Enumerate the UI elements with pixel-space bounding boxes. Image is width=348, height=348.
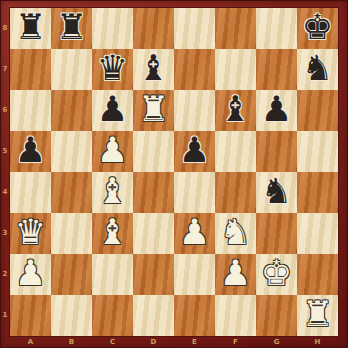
square-a2[interactable]: ♟ <box>10 254 51 295</box>
square-b5[interactable] <box>51 131 92 172</box>
piece-black-bishop[interactable]: ♝ <box>220 92 251 127</box>
square-f4[interactable] <box>215 172 256 213</box>
rank-labels: 87654321 <box>0 8 10 336</box>
square-a4[interactable] <box>10 172 51 213</box>
square-d1[interactable] <box>133 295 174 336</box>
square-a3[interactable]: ♛ <box>10 213 51 254</box>
piece-black-rook[interactable]: ♜ <box>15 10 46 45</box>
square-c4[interactable]: ♝ <box>92 172 133 213</box>
square-c1[interactable] <box>92 295 133 336</box>
square-h6[interactable] <box>297 90 338 131</box>
square-h3[interactable] <box>297 213 338 254</box>
square-e4[interactable] <box>174 172 215 213</box>
rank-label-8: 8 <box>0 8 10 49</box>
file-label-b: B <box>51 336 92 348</box>
piece-black-queen[interactable]: ♛ <box>97 51 128 86</box>
square-h5[interactable] <box>297 131 338 172</box>
square-e1[interactable] <box>174 295 215 336</box>
square-g3[interactable] <box>256 213 297 254</box>
square-d2[interactable] <box>133 254 174 295</box>
square-b8[interactable]: ♜ <box>51 8 92 49</box>
piece-black-bishop[interactable]: ♝ <box>138 51 169 86</box>
square-a1[interactable] <box>10 295 51 336</box>
file-label-h: H <box>297 336 338 348</box>
square-h7[interactable]: ♞ <box>297 49 338 90</box>
piece-white-queen[interactable]: ♛ <box>15 215 46 250</box>
square-d7[interactable]: ♝ <box>133 49 174 90</box>
rank-label-5: 5 <box>0 131 10 172</box>
board-grid: ♜♜♚♛♝♞♟♜♝♟♟♟♟♝♞♛♝♟♞♟♟♚♜ <box>10 8 338 336</box>
piece-white-knight[interactable]: ♞ <box>220 215 251 250</box>
square-a6[interactable] <box>10 90 51 131</box>
square-f1[interactable] <box>215 295 256 336</box>
square-f7[interactable] <box>215 49 256 90</box>
piece-black-rook[interactable]: ♜ <box>56 10 87 45</box>
square-f3[interactable]: ♞ <box>215 213 256 254</box>
piece-white-pawn[interactable]: ♟ <box>97 133 128 168</box>
square-b6[interactable] <box>51 90 92 131</box>
file-label-f: F <box>215 336 256 348</box>
square-e6[interactable] <box>174 90 215 131</box>
square-b2[interactable] <box>51 254 92 295</box>
square-b4[interactable] <box>51 172 92 213</box>
square-c3[interactable]: ♝ <box>92 213 133 254</box>
square-b3[interactable] <box>51 213 92 254</box>
file-label-d: D <box>133 336 174 348</box>
rank-label-2: 2 <box>0 254 10 295</box>
square-e2[interactable] <box>174 254 215 295</box>
square-a7[interactable] <box>10 49 51 90</box>
file-label-c: C <box>92 336 133 348</box>
square-a8[interactable]: ♜ <box>10 8 51 49</box>
square-c2[interactable] <box>92 254 133 295</box>
square-c7[interactable]: ♛ <box>92 49 133 90</box>
rank-label-1: 1 <box>0 295 10 336</box>
square-a5[interactable]: ♟ <box>10 131 51 172</box>
square-f2[interactable]: ♟ <box>215 254 256 295</box>
piece-white-pawn[interactable]: ♟ <box>179 215 210 250</box>
piece-white-bishop[interactable]: ♝ <box>97 174 128 209</box>
piece-black-knight[interactable]: ♞ <box>261 174 292 209</box>
rank-label-7: 7 <box>0 49 10 90</box>
square-f8[interactable] <box>215 8 256 49</box>
square-g1[interactable] <box>256 295 297 336</box>
square-h8[interactable]: ♚ <box>297 8 338 49</box>
piece-black-pawn[interactable]: ♟ <box>15 133 46 168</box>
file-label-e: E <box>174 336 215 348</box>
square-d3[interactable] <box>133 213 174 254</box>
file-labels: ABCDEFGH <box>10 336 338 348</box>
piece-white-king[interactable]: ♚ <box>261 256 292 291</box>
square-c8[interactable] <box>92 8 133 49</box>
square-g7[interactable] <box>256 49 297 90</box>
square-f6[interactable]: ♝ <box>215 90 256 131</box>
square-d5[interactable] <box>133 131 174 172</box>
square-d8[interactable] <box>133 8 174 49</box>
piece-white-rook[interactable]: ♜ <box>138 92 169 127</box>
square-c5[interactable]: ♟ <box>92 131 133 172</box>
square-b1[interactable] <box>51 295 92 336</box>
file-label-g: G <box>256 336 297 348</box>
square-h2[interactable] <box>297 254 338 295</box>
square-h1[interactable]: ♜ <box>297 295 338 336</box>
square-e3[interactable]: ♟ <box>174 213 215 254</box>
square-g2[interactable]: ♚ <box>256 254 297 295</box>
piece-white-bishop[interactable]: ♝ <box>97 215 128 250</box>
rank-label-4: 4 <box>0 172 10 213</box>
rank-label-6: 6 <box>0 90 10 131</box>
square-g8[interactable] <box>256 8 297 49</box>
square-g5[interactable] <box>256 131 297 172</box>
square-e8[interactable] <box>174 8 215 49</box>
square-g6[interactable]: ♟ <box>256 90 297 131</box>
rank-label-3: 3 <box>0 213 10 254</box>
piece-black-pawn[interactable]: ♟ <box>261 92 292 127</box>
square-b7[interactable] <box>51 49 92 90</box>
piece-white-pawn[interactable]: ♟ <box>220 256 251 291</box>
chessboard: ♜♜♚♛♝♞♟♜♝♟♟♟♟♝♞♛♝♟♞♟♟♚♜ 87654321 ABCDEFG… <box>0 0 348 348</box>
piece-black-pawn[interactable]: ♟ <box>97 92 128 127</box>
square-c6[interactable]: ♟ <box>92 90 133 131</box>
square-d4[interactable] <box>133 172 174 213</box>
square-f5[interactable] <box>215 131 256 172</box>
piece-white-rook[interactable]: ♜ <box>302 297 333 332</box>
piece-black-king[interactable]: ♚ <box>302 10 333 45</box>
square-e7[interactable] <box>174 49 215 90</box>
piece-black-pawn[interactable]: ♟ <box>179 133 210 168</box>
piece-black-knight[interactable]: ♞ <box>302 51 333 86</box>
square-e5[interactable]: ♟ <box>174 131 215 172</box>
file-label-a: A <box>10 336 51 348</box>
square-h4[interactable] <box>297 172 338 213</box>
square-g4[interactable]: ♞ <box>256 172 297 213</box>
piece-white-pawn[interactable]: ♟ <box>15 256 46 291</box>
square-d6[interactable]: ♜ <box>133 90 174 131</box>
